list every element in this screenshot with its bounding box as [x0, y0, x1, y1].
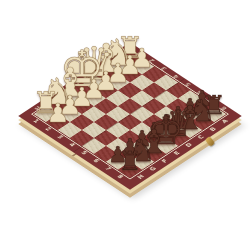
board-border: 1122334455667788AABBCCDDEEFFGGHH	[18, 42, 241, 189]
chess-set-photo: 1122334455667788AABBCCDDEEFFGGHH ♜♞♟♝♟♛♟…	[0, 0, 250, 250]
